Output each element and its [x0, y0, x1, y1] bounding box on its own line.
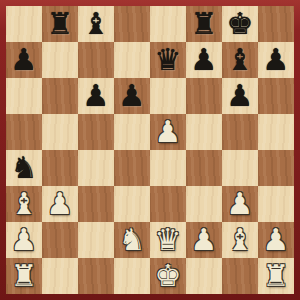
square-h6[interactable]: [258, 78, 294, 114]
square-d5[interactable]: [114, 114, 150, 150]
black-pawn-piece[interactable]: ♟: [11, 42, 38, 78]
square-c6[interactable]: ♟: [78, 78, 114, 114]
white-pawn-piece[interactable]: ♟: [11, 222, 38, 258]
board-frame: ♜♝♜♚♟♛♟♝♟♟♟♟♟♞♝♟♟♟♞♛♟♝♟♜♚♜: [0, 0, 300, 300]
square-a7[interactable]: ♟: [6, 42, 42, 78]
white-rook-piece[interactable]: ♜: [263, 258, 290, 294]
square-e5[interactable]: ♟: [150, 114, 186, 150]
square-b2[interactable]: [42, 222, 78, 258]
square-a3[interactable]: ♝: [6, 186, 42, 222]
white-knight-piece[interactable]: ♞: [119, 222, 146, 258]
black-pawn-piece[interactable]: ♟: [191, 42, 218, 78]
square-f8[interactable]: ♜: [186, 6, 222, 42]
white-pawn-piece[interactable]: ♟: [47, 186, 74, 222]
square-f4[interactable]: [186, 150, 222, 186]
white-pawn-piece[interactable]: ♟: [227, 186, 254, 222]
square-g6[interactable]: ♟: [222, 78, 258, 114]
square-g4[interactable]: [222, 150, 258, 186]
square-h5[interactable]: [258, 114, 294, 150]
white-pawn-piece[interactable]: ♟: [155, 114, 182, 150]
square-a8[interactable]: [6, 6, 42, 42]
white-bishop-piece[interactable]: ♝: [227, 222, 254, 258]
square-c4[interactable]: [78, 150, 114, 186]
square-f7[interactable]: ♟: [186, 42, 222, 78]
square-b4[interactable]: [42, 150, 78, 186]
black-king-piece[interactable]: ♚: [227, 6, 254, 42]
white-king-piece[interactable]: ♚: [155, 258, 182, 294]
white-pawn-piece[interactable]: ♟: [263, 222, 290, 258]
square-b7[interactable]: [42, 42, 78, 78]
square-h1[interactable]: ♜: [258, 258, 294, 294]
square-h4[interactable]: [258, 150, 294, 186]
square-h2[interactable]: ♟: [258, 222, 294, 258]
white-rook-piece[interactable]: ♜: [11, 258, 38, 294]
white-bishop-piece[interactable]: ♝: [11, 186, 38, 222]
square-a6[interactable]: [6, 78, 42, 114]
square-c8[interactable]: ♝: [78, 6, 114, 42]
square-g5[interactable]: [222, 114, 258, 150]
black-rook-piece[interactable]: ♜: [47, 6, 74, 42]
black-pawn-piece[interactable]: ♟: [119, 78, 146, 114]
black-rook-piece[interactable]: ♜: [191, 6, 218, 42]
square-d1[interactable]: [114, 258, 150, 294]
square-e1[interactable]: ♚: [150, 258, 186, 294]
square-f3[interactable]: [186, 186, 222, 222]
square-e2[interactable]: ♛: [150, 222, 186, 258]
square-h7[interactable]: ♟: [258, 42, 294, 78]
square-f1[interactable]: [186, 258, 222, 294]
black-pawn-piece[interactable]: ♟: [227, 78, 254, 114]
square-a5[interactable]: [6, 114, 42, 150]
square-e4[interactable]: [150, 150, 186, 186]
square-f5[interactable]: [186, 114, 222, 150]
square-a2[interactable]: ♟: [6, 222, 42, 258]
black-queen-piece[interactable]: ♛: [155, 42, 182, 78]
white-queen-piece[interactable]: ♛: [155, 222, 182, 258]
square-e7[interactable]: ♛: [150, 42, 186, 78]
black-bishop-piece[interactable]: ♝: [83, 6, 110, 42]
square-g8[interactable]: ♚: [222, 6, 258, 42]
square-h3[interactable]: [258, 186, 294, 222]
square-b6[interactable]: [42, 78, 78, 114]
square-b5[interactable]: [42, 114, 78, 150]
square-d2[interactable]: ♞: [114, 222, 150, 258]
square-g7[interactable]: ♝: [222, 42, 258, 78]
square-c3[interactable]: [78, 186, 114, 222]
square-b3[interactable]: ♟: [42, 186, 78, 222]
square-f6[interactable]: [186, 78, 222, 114]
square-g2[interactable]: ♝: [222, 222, 258, 258]
square-d8[interactable]: [114, 6, 150, 42]
square-d4[interactable]: [114, 150, 150, 186]
square-e3[interactable]: [150, 186, 186, 222]
square-d7[interactable]: [114, 42, 150, 78]
square-c7[interactable]: [78, 42, 114, 78]
square-b1[interactable]: [42, 258, 78, 294]
square-g3[interactable]: ♟: [222, 186, 258, 222]
square-c5[interactable]: [78, 114, 114, 150]
square-d6[interactable]: ♟: [114, 78, 150, 114]
square-b8[interactable]: ♜: [42, 6, 78, 42]
white-pawn-piece[interactable]: ♟: [191, 222, 218, 258]
black-pawn-piece[interactable]: ♟: [83, 78, 110, 114]
square-h8[interactable]: [258, 6, 294, 42]
chess-board: ♜♝♜♚♟♛♟♝♟♟♟♟♟♞♝♟♟♟♞♛♟♝♟♜♚♜: [6, 6, 294, 294]
square-e6[interactable]: [150, 78, 186, 114]
square-c1[interactable]: [78, 258, 114, 294]
square-c2[interactable]: [78, 222, 114, 258]
square-g1[interactable]: [222, 258, 258, 294]
black-bishop-piece[interactable]: ♝: [227, 42, 254, 78]
square-f2[interactable]: ♟: [186, 222, 222, 258]
black-knight-piece[interactable]: ♞: [11, 150, 38, 186]
square-d3[interactable]: [114, 186, 150, 222]
black-pawn-piece[interactable]: ♟: [263, 42, 290, 78]
square-a1[interactable]: ♜: [6, 258, 42, 294]
square-e8[interactable]: [150, 6, 186, 42]
square-a4[interactable]: ♞: [6, 150, 42, 186]
